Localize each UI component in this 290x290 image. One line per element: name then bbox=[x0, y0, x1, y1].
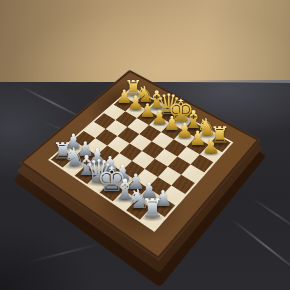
pieces-layer: ♜♞♝♛♚♝♞♜♟♟♟♟♟♟♟♟♟♟♟♟♟♟♟♟♜♞♝♛♚♝♞♜ bbox=[0, 0, 290, 290]
gold-pawn-h2: ♟ bbox=[202, 136, 220, 156]
photo-scene: ♜♞♝♛♚♝♞♜♟♟♟♟♟♟♟♟♟♟♟♟♟♟♟♟♜♞♝♛♚♝♞♜ bbox=[0, 0, 290, 290]
silver-rook-h8: ♜ bbox=[141, 196, 164, 221]
